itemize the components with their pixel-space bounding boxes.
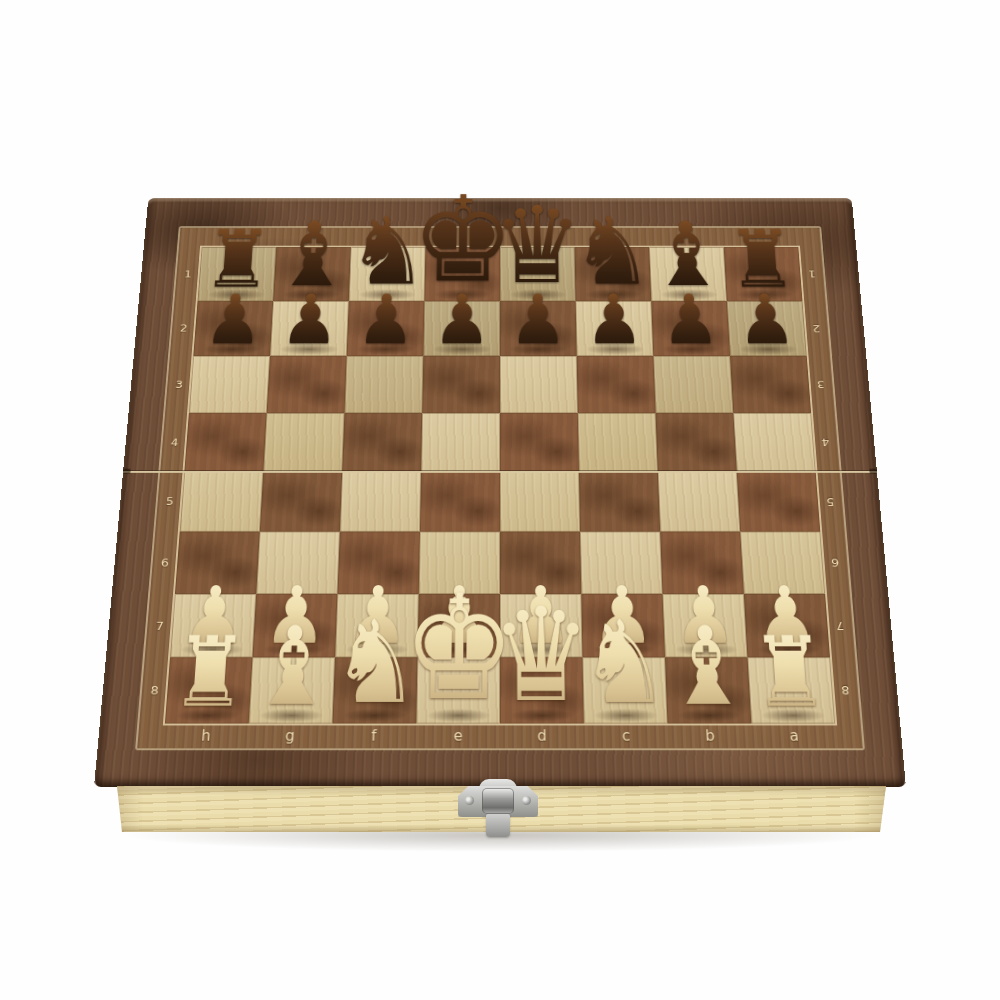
square-g5: [260, 472, 342, 532]
square-e4: [421, 413, 500, 472]
file-labels-bottom: hgfedcba: [163, 724, 837, 749]
file-label-b: b: [668, 724, 753, 749]
square-d5: [500, 472, 580, 532]
rank-label-rotated-4: 4: [811, 413, 840, 472]
rank-label-3: 3: [165, 356, 193, 413]
file-label-f: f: [331, 724, 416, 749]
piece-light-rook-a8[interactable]: ♜: [749, 624, 831, 721]
square-c5: [579, 472, 660, 532]
square-c8: ♞: [583, 658, 668, 724]
file-label-h: h: [163, 724, 249, 749]
metal-clasp: [452, 779, 544, 843]
square-f3: [344, 356, 423, 413]
piece-dark-pawn-g2[interactable]: ♟: [279, 285, 340, 353]
square-e5: [420, 472, 500, 532]
rank-label-rotated-8: 8: [830, 658, 861, 724]
rank-label-8: 8: [139, 658, 170, 724]
square-g4: [263, 413, 344, 472]
square-h2: ♟: [193, 301, 273, 356]
rank-label-rotated-7: 7: [825, 594, 855, 658]
fold-seam: [123, 470, 877, 473]
square-f2: ♟: [347, 301, 425, 356]
square-c2: ♟: [576, 301, 654, 356]
piece-light-bishop-b8[interactable]: ♝: [663, 613, 752, 721]
clasp-barrel: [482, 788, 514, 814]
square-a3: [730, 356, 811, 413]
board-squares-grid: ♜♝♞♚♛♞♝♜♟♟♟♟♟♟♟♟♟♟♟♟♟♟♟♟♜♝♞♚♛♞♝♜: [165, 247, 835, 723]
rank-label-rotated-6: 6: [820, 532, 850, 594]
rank-label-4: 4: [160, 413, 189, 472]
square-h3: [189, 356, 270, 413]
piece-light-bishop-g8[interactable]: ♝: [248, 613, 337, 721]
square-g2: ♟: [270, 301, 349, 356]
piece-light-knight-c8[interactable]: ♞: [578, 606, 670, 721]
rank-label-7: 7: [145, 594, 175, 658]
file-label-d: d: [500, 724, 584, 749]
square-a5: [737, 472, 821, 532]
rank-label-rotated-1: 1: [798, 247, 825, 301]
square-h8: ♜: [165, 658, 253, 724]
square-a4: [733, 413, 815, 472]
rank-label-rotated-5: 5: [816, 472, 845, 532]
file-label-c: c: [584, 724, 669, 749]
square-c4: [578, 413, 658, 472]
product-photo-scene: ♜♝♞♚♛♞♝♜♟♟♟♟♟♟♟♟♟♟♟♟♟♟♟♟♜♝♞♚♛♞♝♜ 1234567…: [0, 0, 1000, 1000]
square-d2: ♟: [500, 301, 577, 356]
rank-label-2: 2: [170, 301, 198, 356]
rank-label-rotated-2: 2: [802, 301, 830, 356]
file-label-e: e: [416, 724, 500, 749]
square-e3: [422, 356, 500, 413]
piece-light-rook-h8[interactable]: ♜: [169, 624, 251, 721]
piece-dark-pawn-c2[interactable]: ♟: [584, 285, 644, 353]
rank-label-6: 6: [150, 532, 180, 594]
piece-dark-pawn-b2[interactable]: ♟: [660, 285, 721, 353]
square-b4: [656, 413, 737, 472]
file-label-a: a: [751, 724, 837, 749]
square-g8: ♝: [249, 658, 335, 724]
square-b8: ♝: [665, 658, 751, 724]
square-h4: [184, 413, 266, 472]
square-b3: [653, 356, 733, 413]
square-b5: [658, 472, 740, 532]
square-a8: ♜: [748, 658, 836, 724]
square-d4: [500, 413, 579, 472]
square-f5: [340, 472, 421, 532]
piece-dark-pawn-f2[interactable]: ♟: [356, 285, 416, 353]
square-f4: [342, 413, 422, 472]
square-e8: ♚: [416, 658, 500, 724]
piece-dark-pawn-d2[interactable]: ♟: [509, 285, 567, 353]
rank-label-5: 5: [155, 472, 184, 532]
square-c3: [577, 356, 656, 413]
piece-dark-pawn-h2[interactable]: ♟: [203, 285, 265, 353]
square-a2: ♟: [727, 301, 807, 356]
piece-dark-pawn-e2[interactable]: ♟: [433, 285, 491, 353]
square-d8: ♛: [500, 658, 584, 724]
square-h5: [180, 472, 264, 532]
board-perspective-wrapper: ♜♝♞♚♛♞♝♜♟♟♟♟♟♟♟♟♟♟♟♟♟♟♟♟♜♝♞♚♛♞♝♜ 1234567…: [94, 198, 906, 787]
square-d3: [500, 356, 578, 413]
clasp-tab: [486, 814, 510, 837]
rank-label-rotated-3: 3: [807, 356, 835, 413]
piece-dark-pawn-a2[interactable]: ♟: [735, 285, 797, 353]
screw-icon: [465, 796, 474, 805]
square-e2: ♟: [423, 301, 500, 356]
rank-label-1: 1: [174, 247, 201, 301]
chess-board: ♜♝♞♚♛♞♝♜♟♟♟♟♟♟♟♟♟♟♟♟♟♟♟♟♜♝♞♚♛♞♝♜ 1234567…: [94, 198, 906, 787]
square-g3: [267, 356, 347, 413]
file-label-g: g: [247, 724, 332, 749]
screw-icon: [522, 796, 531, 805]
square-b2: ♟: [651, 301, 730, 356]
